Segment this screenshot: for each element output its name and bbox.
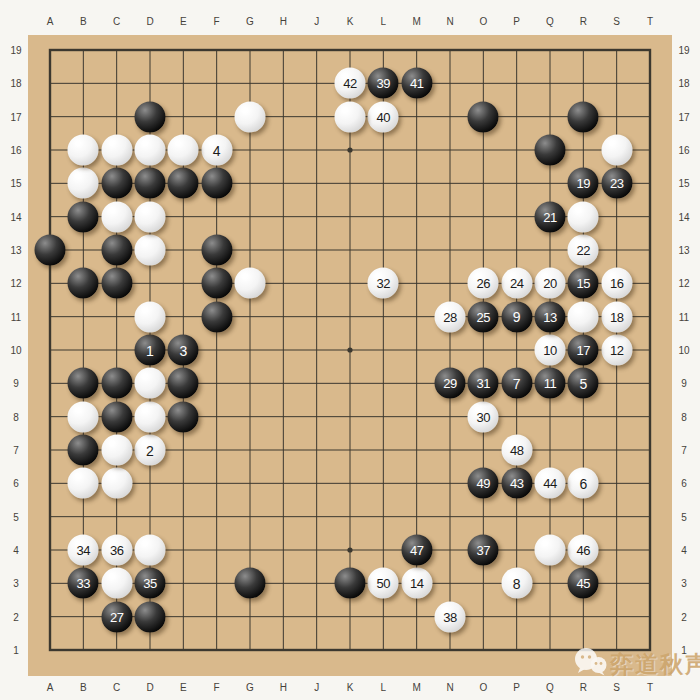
move-number: 43 — [510, 477, 523, 490]
stone-black-C15 — [101, 168, 132, 199]
go-diagram-page: AABBCCDDEEFFGGHHJJKKLLMMNNOOPPQQRRSSTT19… — [0, 0, 700, 700]
stone-white-C4-move-36: 36 — [101, 535, 132, 566]
stone-white-P12-move-24: 24 — [501, 268, 532, 299]
move-number: 23 — [610, 177, 623, 190]
stone-white-N2-move-38: 38 — [435, 601, 466, 632]
stone-black-K3 — [335, 568, 366, 599]
stone-black-M18-move-41: 41 — [401, 68, 432, 99]
stone-white-B6 — [68, 468, 99, 499]
stone-white-B16 — [68, 135, 99, 166]
stone-black-N9-move-29: 29 — [435, 368, 466, 399]
move-number: 6 — [579, 476, 587, 490]
stone-white-S16 — [601, 135, 632, 166]
stone-white-C6 — [101, 468, 132, 499]
wechat-icon — [572, 646, 608, 682]
stone-black-S15-move-23: 23 — [601, 168, 632, 199]
move-number: 47 — [410, 544, 423, 557]
move-number: 48 — [510, 444, 523, 457]
stone-white-D7-move-2: 2 — [135, 435, 166, 466]
move-number: 2 — [146, 443, 154, 457]
stone-white-R14 — [568, 201, 599, 232]
stone-white-C16 — [101, 135, 132, 166]
stone-black-C9 — [101, 368, 132, 399]
stone-white-G12 — [235, 268, 266, 299]
stone-white-D4 — [135, 535, 166, 566]
stone-black-R12-move-15: 15 — [568, 268, 599, 299]
move-number: 15 — [577, 277, 590, 290]
move-number: 37 — [477, 544, 490, 557]
stone-white-L12-move-32: 32 — [368, 268, 399, 299]
stone-black-B3-move-33: 33 — [68, 568, 99, 599]
stone-black-Q14-move-21: 21 — [535, 201, 566, 232]
stone-white-R6-move-6: 6 — [568, 468, 599, 499]
stone-black-B12 — [68, 268, 99, 299]
stone-black-D3-move-35: 35 — [135, 568, 166, 599]
stone-black-L18-move-39: 39 — [368, 68, 399, 99]
move-number: 46 — [577, 544, 590, 557]
move-number: 19 — [577, 177, 590, 190]
stone-black-F12 — [201, 268, 232, 299]
stone-white-B8 — [68, 401, 99, 432]
stone-black-C12 — [101, 268, 132, 299]
move-number: 21 — [543, 210, 556, 223]
move-number: 9 — [513, 310, 521, 324]
stone-black-B7 — [68, 435, 99, 466]
stone-black-G3 — [235, 568, 266, 599]
move-number: 44 — [543, 477, 556, 490]
move-number: 5 — [579, 376, 587, 390]
move-number: 25 — [477, 310, 490, 323]
move-number: 17 — [577, 344, 590, 357]
stone-white-Q12-move-20: 20 — [535, 268, 566, 299]
move-number: 16 — [610, 277, 623, 290]
stone-white-D13 — [135, 235, 166, 266]
move-number: 41 — [410, 77, 423, 90]
stone-white-D8 — [135, 401, 166, 432]
stone-white-O12-move-26: 26 — [468, 268, 499, 299]
move-number: 32 — [377, 277, 390, 290]
stone-black-D17 — [135, 101, 166, 132]
move-number: 8 — [513, 576, 521, 590]
stone-white-S10-move-12: 12 — [601, 335, 632, 366]
stone-black-Q11-move-13: 13 — [535, 301, 566, 332]
stone-white-K18-move-42: 42 — [335, 68, 366, 99]
move-number: 30 — [477, 410, 490, 423]
stone-black-R17 — [568, 101, 599, 132]
stone-white-S12-move-16: 16 — [601, 268, 632, 299]
stone-black-F13 — [201, 235, 232, 266]
stone-white-L3-move-50: 50 — [368, 568, 399, 599]
move-number: 13 — [543, 310, 556, 323]
move-number: 24 — [510, 277, 523, 290]
stone-black-Q9-move-11: 11 — [535, 368, 566, 399]
stone-white-R4-move-46: 46 — [568, 535, 599, 566]
stone-black-R15-move-19: 19 — [568, 168, 599, 199]
stone-white-F16-move-4: 4 — [201, 135, 232, 166]
watermark: 弈道秋声 — [572, 644, 700, 684]
stone-black-O11-move-25: 25 — [468, 301, 499, 332]
move-number: 10 — [543, 344, 556, 357]
stone-white-N11-move-28: 28 — [435, 301, 466, 332]
stone-white-D14 — [135, 201, 166, 232]
move-number: 3 — [179, 343, 187, 357]
stone-black-E9 — [168, 368, 199, 399]
stone-white-C3 — [101, 568, 132, 599]
stone-black-A13 — [35, 235, 66, 266]
stone-white-P3-move-8: 8 — [501, 568, 532, 599]
move-number: 29 — [443, 377, 456, 390]
move-number: 4 — [213, 143, 221, 157]
stone-black-Q16 — [535, 135, 566, 166]
watermark-text: 弈道秋声 — [610, 649, 700, 680]
stone-black-P11-move-9: 9 — [501, 301, 532, 332]
move-number: 31 — [477, 377, 490, 390]
move-number: 18 — [610, 310, 623, 323]
stone-black-O17 — [468, 101, 499, 132]
move-number: 42 — [343, 77, 356, 90]
move-number: 14 — [410, 577, 423, 590]
stone-white-D11 — [135, 301, 166, 332]
move-number: 20 — [543, 277, 556, 290]
stone-black-O4-move-37: 37 — [468, 535, 499, 566]
stone-black-R9-move-5: 5 — [568, 368, 599, 399]
stone-black-D15 — [135, 168, 166, 199]
stone-black-P9-move-7: 7 — [501, 368, 532, 399]
stone-white-E16 — [168, 135, 199, 166]
move-number: 26 — [477, 277, 490, 290]
stone-white-B4-move-34: 34 — [68, 535, 99, 566]
stone-black-D10-move-1: 1 — [135, 335, 166, 366]
stone-white-G17 — [235, 101, 266, 132]
move-number: 50 — [377, 577, 390, 590]
stone-white-R13-move-22: 22 — [568, 235, 599, 266]
move-number: 12 — [610, 344, 623, 357]
stone-white-L17-move-40: 40 — [368, 101, 399, 132]
move-number: 39 — [377, 77, 390, 90]
stone-white-P7-move-48: 48 — [501, 435, 532, 466]
move-number: 40 — [377, 110, 390, 123]
stone-black-M4-move-47: 47 — [401, 535, 432, 566]
move-number: 36 — [110, 544, 123, 557]
stone-black-E10-move-3: 3 — [168, 335, 199, 366]
stone-black-F11 — [201, 301, 232, 332]
stone-black-B14 — [68, 201, 99, 232]
stone-black-C8 — [101, 401, 132, 432]
stone-black-C13 — [101, 235, 132, 266]
move-number: 7 — [513, 376, 521, 390]
stone-black-R3-move-45: 45 — [568, 568, 599, 599]
stone-black-O9-move-31: 31 — [468, 368, 499, 399]
stone-black-B9 — [68, 368, 99, 399]
move-number: 45 — [577, 577, 590, 590]
stone-black-D2 — [135, 601, 166, 632]
move-number: 22 — [577, 244, 590, 257]
stone-white-C7 — [101, 435, 132, 466]
stone-white-Q4 — [535, 535, 566, 566]
move-number: 28 — [443, 310, 456, 323]
move-number: 34 — [77, 544, 90, 557]
stone-white-M3-move-14: 14 — [401, 568, 432, 599]
stone-black-F15 — [201, 168, 232, 199]
move-number: 35 — [143, 577, 156, 590]
stone-white-D16 — [135, 135, 166, 166]
stone-white-B15 — [68, 168, 99, 199]
move-number: 38 — [443, 610, 456, 623]
stone-white-O8-move-30: 30 — [468, 401, 499, 432]
stone-black-P6-move-43: 43 — [501, 468, 532, 499]
stone-white-K17 — [335, 101, 366, 132]
stone-white-D9 — [135, 368, 166, 399]
stone-black-R10-move-17: 17 — [568, 335, 599, 366]
stone-white-S11-move-18: 18 — [601, 301, 632, 332]
stone-white-R11 — [568, 301, 599, 332]
stone-black-E15 — [168, 168, 199, 199]
stone-black-O6-move-49: 49 — [468, 468, 499, 499]
move-number: 33 — [77, 577, 90, 590]
move-number: 49 — [477, 477, 490, 490]
move-number: 27 — [110, 610, 123, 623]
stone-white-Q6-move-44: 44 — [535, 468, 566, 499]
stone-white-C14 — [101, 201, 132, 232]
stone-black-E8 — [168, 401, 199, 432]
move-number: 11 — [544, 377, 557, 390]
move-number: 1 — [146, 343, 154, 357]
stones-layer: 1234567891011121314151617181920212223242… — [0, 0, 700, 700]
stone-white-Q10-move-10: 10 — [535, 335, 566, 366]
stone-black-C2-move-27: 27 — [101, 601, 132, 632]
